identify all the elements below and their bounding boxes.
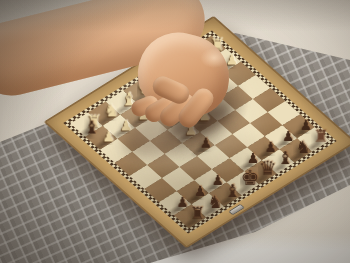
piece-black-knight-g8: ♞: [204, 194, 224, 211]
piece-black-knight-b8: ♞: [293, 139, 313, 156]
chessboard-photo-scene: ♜♞♝♚♛♝♞♜♟♟♟♟♟♟♟♟♟♟♟♟♟♟♟♟♜♞♝♚♛♝♞♜ ♝: [0, 0, 350, 263]
piece-black-queen-d8: ♛: [257, 158, 277, 178]
piece-black-bishop-c8: ♝: [275, 149, 295, 167]
piece-black-bishop-f8: ♝: [222, 182, 242, 200]
piece-black-rook-a8: ♜: [310, 128, 330, 145]
piece-white-knight-g1: ♞: [101, 103, 121, 120]
piece-black-rook-h8: ♜: [187, 205, 207, 222]
knuckle-highlight: [200, 48, 228, 68]
piece-white-pawn-h2: ♟: [98, 130, 118, 144]
piece-black-king-e8: ♚: [240, 168, 260, 189]
